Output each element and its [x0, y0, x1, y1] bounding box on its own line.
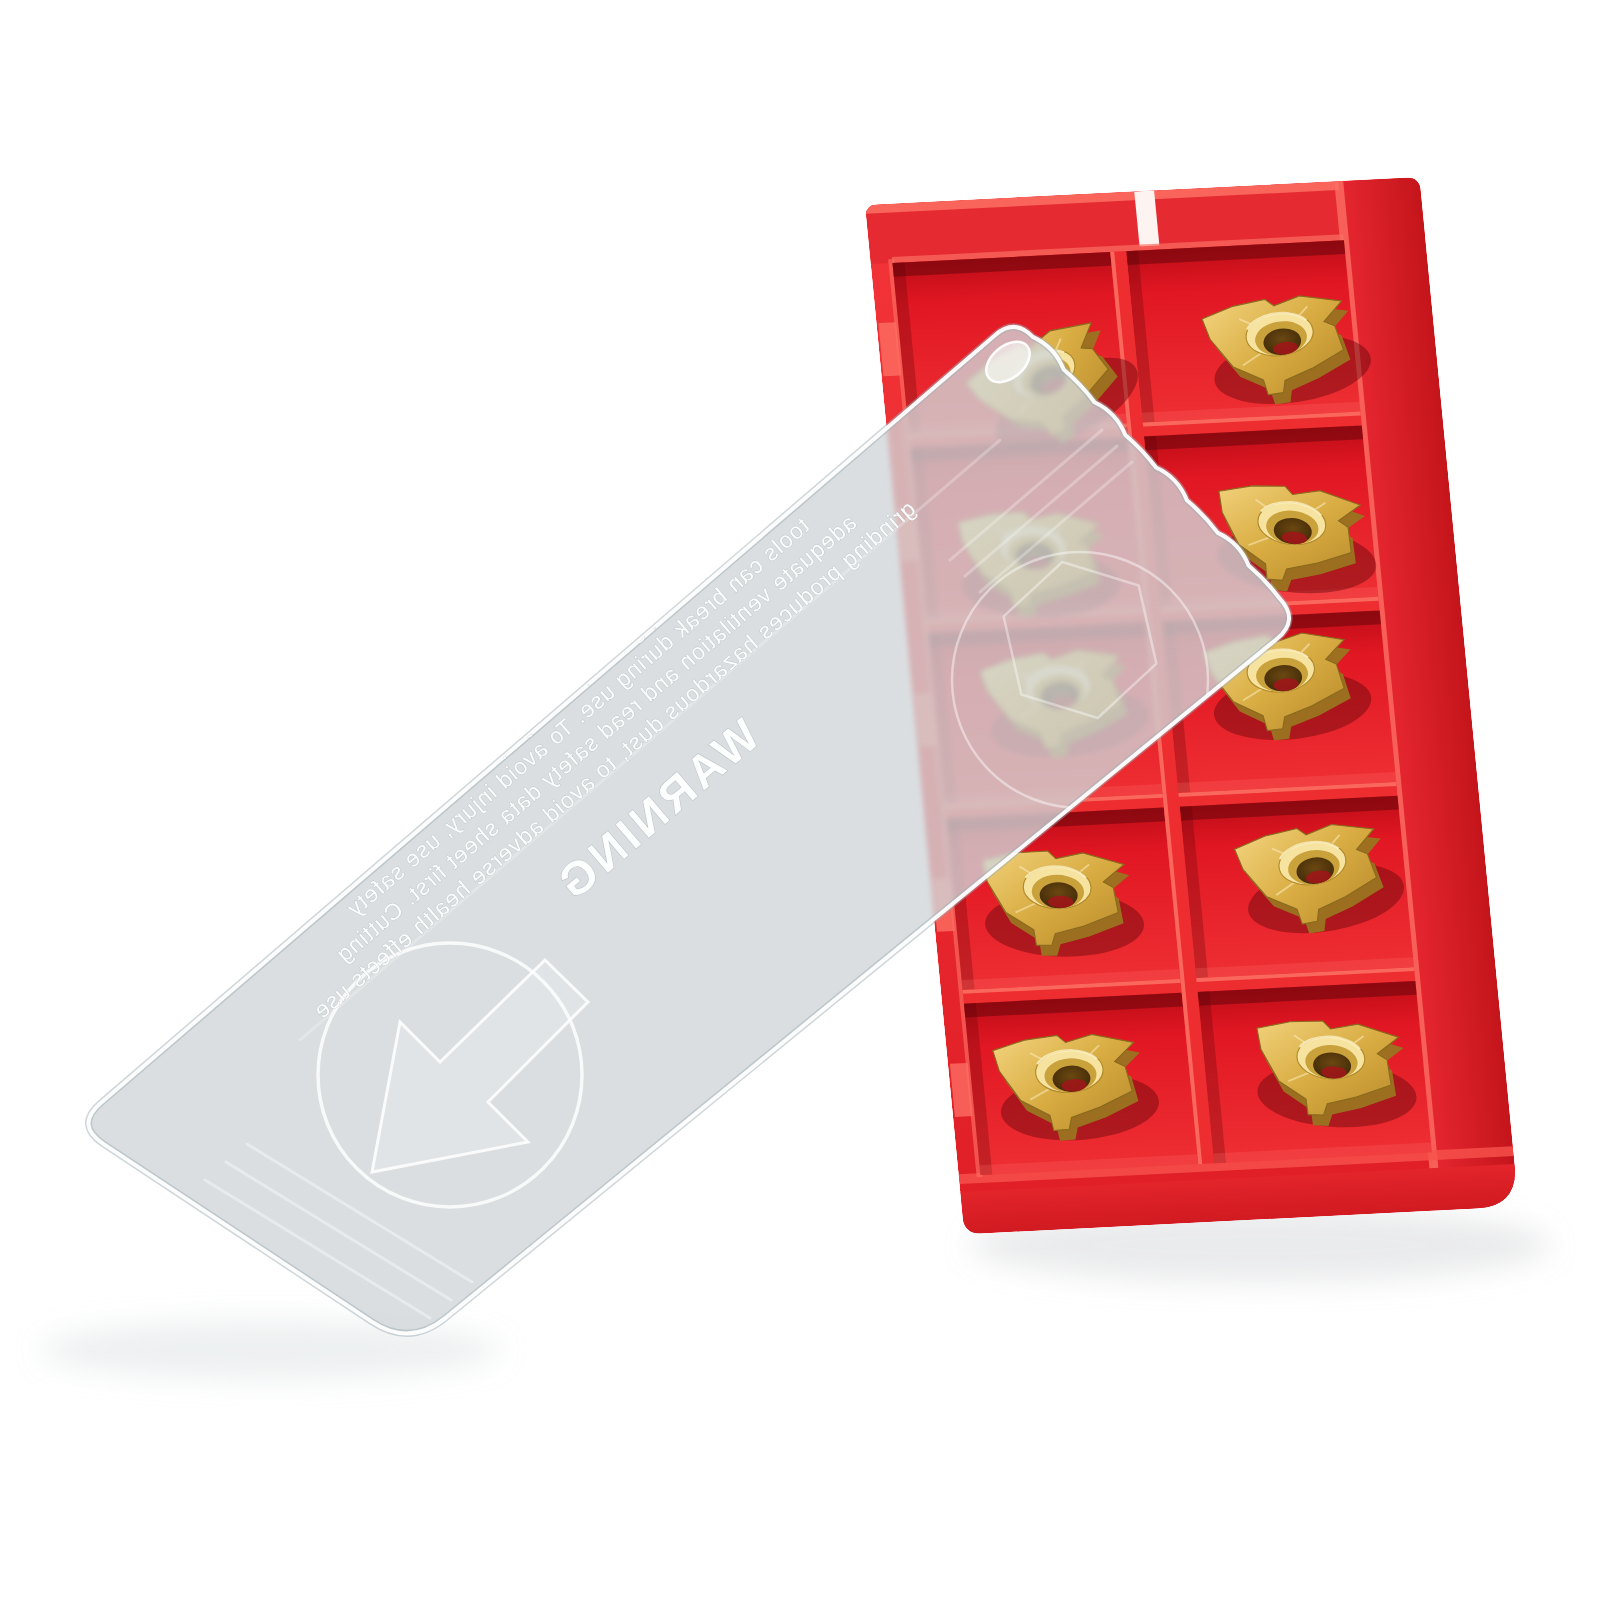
warning-line-4: grinding produces hazardous dust, to avo…: [308, 495, 921, 1024]
product-photo: shields, gloves, and eye protection. too…: [0, 0, 1600, 1600]
lid-ridge-marks: [950, 430, 1132, 592]
lid-edge-halo: [88, 327, 1289, 1334]
lid-end-ridges: [205, 1144, 472, 1318]
lid-details: shields, gloves, and eye protection. too…: [0, 0, 1600, 1600]
lid-warning-text: shields, gloves, and eye protection. too…: [253, 431, 971, 1083]
warning-line-3: adequate ventilation and read safety dat…: [330, 509, 861, 968]
insert-outline-emblem-icon: [952, 552, 1208, 808]
lid-edge: [88, 327, 1289, 1334]
